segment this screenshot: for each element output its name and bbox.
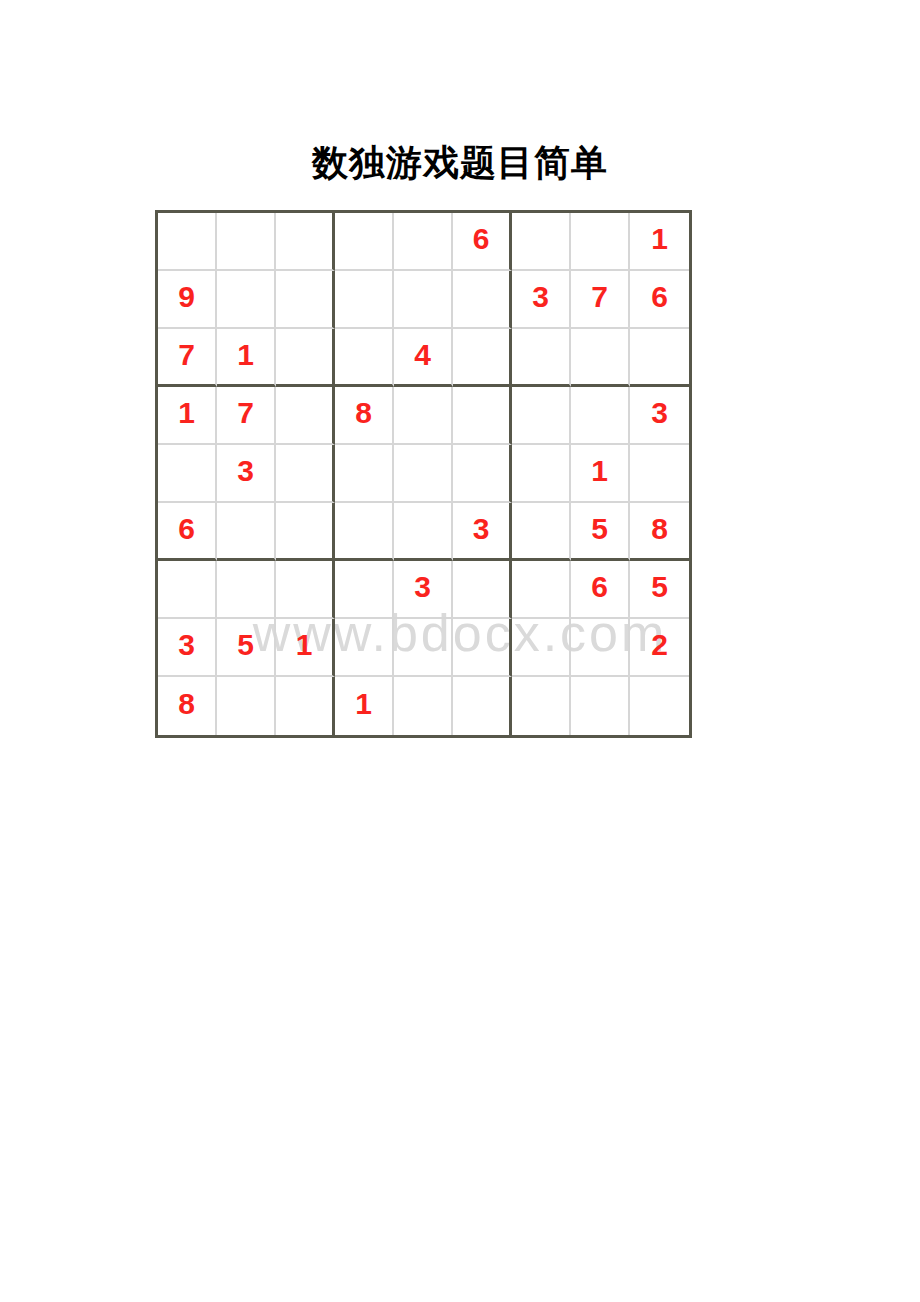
cell-r1c5[interactable] [394,213,453,271]
cell-r2c9[interactable]: 6 [630,271,689,329]
cell-r4c1[interactable]: 1 [158,387,217,445]
given-digit: 3 [178,630,195,660]
cell-r7c8[interactable]: 6 [571,561,630,619]
given-digit: 1 [237,340,254,370]
cell-r5c7[interactable] [512,445,571,503]
given-digit: 5 [651,572,668,602]
cell-r1c2[interactable] [217,213,276,271]
cell-r5c6[interactable] [453,445,512,503]
cell-r5c2[interactable]: 3 [217,445,276,503]
given-digit: 3 [473,514,490,544]
cell-r4c3[interactable] [276,387,335,445]
given-digit: 6 [591,572,608,602]
given-digit: 6 [473,224,490,254]
cell-r9c5[interactable] [394,677,453,735]
cell-r8c5[interactable] [394,619,453,677]
given-digit: 3 [237,456,254,486]
cell-r4c9[interactable]: 3 [630,387,689,445]
given-digit: 5 [237,630,254,660]
cell-r1c3[interactable] [276,213,335,271]
cell-r6c8[interactable]: 5 [571,503,630,561]
cell-r2c2[interactable] [217,271,276,329]
cell-r9c4[interactable]: 1 [335,677,394,735]
cell-r9c6[interactable] [453,677,512,735]
given-digit: 8 [355,398,372,428]
cell-r4c6[interactable] [453,387,512,445]
cell-r3c4[interactable] [335,329,394,387]
cell-r3c9[interactable] [630,329,689,387]
given-digit: 1 [355,689,372,719]
cell-r9c1[interactable]: 8 [158,677,217,735]
cell-r3c8[interactable] [571,329,630,387]
cell-r1c7[interactable] [512,213,571,271]
sudoku-board: 6193767141783316358365351281 [155,210,692,738]
cell-r8c2[interactable]: 5 [217,619,276,677]
cell-r7c7[interactable] [512,561,571,619]
cell-r1c9[interactable]: 1 [630,213,689,271]
cell-r9c3[interactable] [276,677,335,735]
cell-r4c4[interactable]: 8 [335,387,394,445]
cell-r8c8[interactable] [571,619,630,677]
cell-r8c3[interactable]: 1 [276,619,335,677]
cell-r5c4[interactable] [335,445,394,503]
given-digit: 2 [651,630,668,660]
given-digit: 3 [532,282,549,312]
given-digit: 3 [651,398,668,428]
given-digit: 9 [178,282,195,312]
cell-r3c1[interactable]: 7 [158,329,217,387]
cell-r9c7[interactable] [512,677,571,735]
cell-r5c9[interactable] [630,445,689,503]
cell-r5c5[interactable] [394,445,453,503]
cell-r8c6[interactable] [453,619,512,677]
cell-r8c7[interactable] [512,619,571,677]
cell-r6c6[interactable]: 3 [453,503,512,561]
cell-r7c2[interactable] [217,561,276,619]
cell-r5c3[interactable] [276,445,335,503]
cell-r7c1[interactable] [158,561,217,619]
cell-r6c4[interactable] [335,503,394,561]
cell-r6c1[interactable]: 6 [158,503,217,561]
cell-r4c5[interactable] [394,387,453,445]
cell-r3c6[interactable] [453,329,512,387]
cell-r7c6[interactable] [453,561,512,619]
cell-r2c6[interactable] [453,271,512,329]
given-digit: 8 [178,689,195,719]
cell-r6c7[interactable] [512,503,571,561]
cell-r6c3[interactable] [276,503,335,561]
cell-r2c4[interactable] [335,271,394,329]
given-digit: 1 [651,224,668,254]
cell-r9c2[interactable] [217,677,276,735]
given-digit: 4 [414,340,431,370]
given-digit: 6 [178,514,195,544]
cell-r1c6[interactable]: 6 [453,213,512,271]
cell-r6c5[interactable] [394,503,453,561]
given-digit: 1 [296,630,313,660]
cell-r9c9[interactable] [630,677,689,735]
cell-r6c9[interactable]: 8 [630,503,689,561]
cell-r7c3[interactable] [276,561,335,619]
given-digit: 3 [414,572,431,602]
cell-r8c4[interactable] [335,619,394,677]
given-digit: 8 [651,514,668,544]
cell-r3c2[interactable]: 1 [217,329,276,387]
cell-r3c3[interactable] [276,329,335,387]
cell-r7c4[interactable] [335,561,394,619]
page-title: 数独游戏题目简单 [0,144,920,184]
given-digit: 7 [178,340,195,370]
cell-r2c3[interactable] [276,271,335,329]
given-digit: 5 [591,514,608,544]
given-digit: 7 [591,282,608,312]
cell-r3c5[interactable]: 4 [394,329,453,387]
cell-r4c2[interactable]: 7 [217,387,276,445]
cell-r9c8[interactable] [571,677,630,735]
cell-r8c9[interactable]: 2 [630,619,689,677]
cell-r1c1[interactable] [158,213,217,271]
cell-r7c9[interactable]: 5 [630,561,689,619]
cell-r4c8[interactable] [571,387,630,445]
cell-r6c2[interactable] [217,503,276,561]
cell-r7c5[interactable]: 3 [394,561,453,619]
cell-r3c7[interactable] [512,329,571,387]
given-digit: 1 [591,456,608,486]
cell-r2c8[interactable]: 7 [571,271,630,329]
cell-r5c8[interactable]: 1 [571,445,630,503]
cell-r8c1[interactable]: 3 [158,619,217,677]
given-digit: 6 [651,282,668,312]
given-digit: 1 [178,398,195,428]
cell-r2c1[interactable]: 9 [158,271,217,329]
cell-r5c1[interactable] [158,445,217,503]
cell-r4c7[interactable] [512,387,571,445]
cell-r1c4[interactable] [335,213,394,271]
cell-r1c8[interactable] [571,213,630,271]
cell-r2c7[interactable]: 3 [512,271,571,329]
given-digit: 7 [237,398,254,428]
cell-r2c5[interactable] [394,271,453,329]
